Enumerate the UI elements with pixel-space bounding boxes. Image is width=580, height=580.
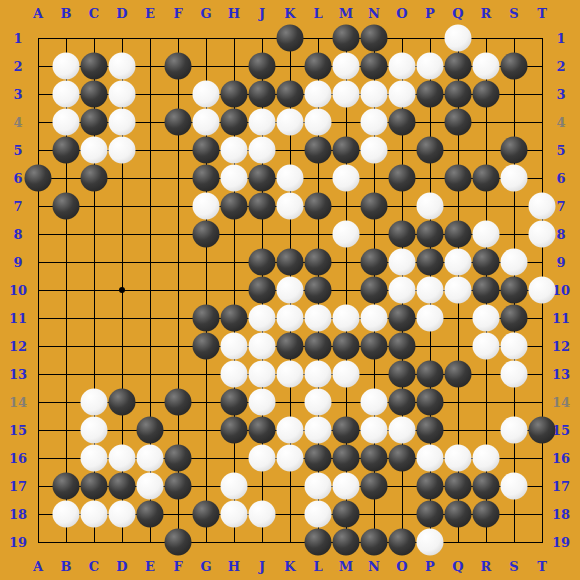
white-stone-S9[interactable] [501, 249, 528, 276]
row-label-right: 18 [552, 507, 570, 522]
column-label-top: O [396, 6, 407, 21]
white-stone-O3[interactable] [389, 81, 416, 108]
black-stone-H15[interactable] [221, 417, 248, 444]
black-stone-M16[interactable] [333, 445, 360, 472]
white-stone-D16[interactable] [109, 445, 136, 472]
white-stone-R2[interactable] [473, 53, 500, 80]
row-label-right: 2 [556, 59, 565, 74]
white-stone-B2[interactable] [53, 53, 80, 80]
white-stone-Q16[interactable] [445, 445, 472, 472]
row-label-left: 8 [13, 227, 22, 242]
row-label-right: 14 [552, 395, 570, 410]
white-stone-M3[interactable] [333, 81, 360, 108]
white-stone-G3[interactable] [193, 81, 220, 108]
black-stone-O6[interactable] [389, 165, 416, 192]
column-label-bottom: H [228, 559, 240, 574]
white-stone-H12[interactable] [221, 333, 248, 360]
column-label-top: C [89, 6, 99, 21]
black-stone-R17[interactable] [473, 473, 500, 500]
white-stone-O2[interactable] [389, 53, 416, 80]
row-label-left: 12 [9, 339, 27, 354]
white-stone-N14[interactable] [361, 389, 388, 416]
black-stone-P14[interactable] [417, 389, 444, 416]
column-label-top: P [425, 6, 435, 21]
row-label-right: 5 [556, 143, 565, 158]
white-stone-E17[interactable] [137, 473, 164, 500]
black-stone-R10[interactable] [473, 277, 500, 304]
white-stone-J14[interactable] [249, 389, 276, 416]
white-stone-Q1[interactable] [445, 25, 472, 52]
black-stone-L5[interactable] [305, 137, 332, 164]
black-stone-Q17[interactable] [445, 473, 472, 500]
white-stone-P11[interactable] [417, 305, 444, 332]
column-label-top: G [200, 6, 211, 21]
white-stone-D4[interactable] [109, 109, 136, 136]
black-stone-P8[interactable] [417, 221, 444, 248]
black-stone-L16[interactable] [305, 445, 332, 472]
white-stone-K11[interactable] [277, 305, 304, 332]
column-label-bottom: K [284, 559, 295, 574]
black-stone-O8[interactable] [389, 221, 416, 248]
go-board[interactable]: AABBCCDDEEFFGGHHJJKKLLMMNNOOPPQQRRSSTT11… [0, 0, 580, 580]
column-label-bottom: O [396, 559, 407, 574]
black-stone-N1[interactable] [361, 25, 388, 52]
black-stone-P3[interactable] [417, 81, 444, 108]
white-stone-H5[interactable] [221, 137, 248, 164]
black-stone-R3[interactable] [473, 81, 500, 108]
column-label-bottom: D [116, 559, 127, 574]
black-stone-Q4[interactable] [445, 109, 472, 136]
column-label-bottom: T [537, 559, 547, 574]
row-label-left: 2 [13, 59, 22, 74]
white-stone-P7[interactable] [417, 193, 444, 220]
white-stone-M6[interactable] [333, 165, 360, 192]
white-stone-J16[interactable] [249, 445, 276, 472]
black-stone-J9[interactable] [249, 249, 276, 276]
column-label-top: M [339, 6, 353, 21]
white-stone-J18[interactable] [249, 501, 276, 528]
column-label-top: J [259, 6, 265, 21]
row-label-left: 14 [9, 395, 27, 410]
black-stone-M15[interactable] [333, 417, 360, 444]
black-stone-P13[interactable] [417, 361, 444, 388]
column-label-top: L [313, 6, 322, 21]
row-label-left: 18 [9, 507, 27, 522]
white-stone-N4[interactable] [361, 109, 388, 136]
white-stone-N3[interactable] [361, 81, 388, 108]
white-stone-M13[interactable] [333, 361, 360, 388]
white-stone-C14[interactable] [81, 389, 108, 416]
column-label-top: S [509, 6, 518, 21]
black-stone-P9[interactable] [417, 249, 444, 276]
black-stone-H7[interactable] [221, 193, 248, 220]
white-stone-D3[interactable] [109, 81, 136, 108]
white-stone-D2[interactable] [109, 53, 136, 80]
white-stone-P19[interactable] [417, 529, 444, 556]
white-stone-M2[interactable] [333, 53, 360, 80]
row-label-left: 10 [9, 283, 27, 298]
row-label-right: 6 [556, 171, 565, 186]
black-stone-K12[interactable] [277, 333, 304, 360]
black-stone-G6[interactable] [193, 165, 220, 192]
black-stone-S5[interactable] [501, 137, 528, 164]
column-label-bottom: Q [452, 559, 463, 574]
black-stone-K9[interactable] [277, 249, 304, 276]
black-stone-L10[interactable] [305, 277, 332, 304]
row-label-right: 11 [552, 311, 570, 326]
row-label-right: 7 [556, 199, 565, 214]
white-stone-K6[interactable] [277, 165, 304, 192]
black-stone-L9[interactable] [305, 249, 332, 276]
black-stone-K1[interactable] [277, 25, 304, 52]
white-stone-B18[interactable] [53, 501, 80, 528]
row-label-left: 19 [9, 535, 27, 550]
column-label-bottom: N [368, 559, 380, 574]
column-label-top: F [173, 6, 182, 21]
white-stone-L13[interactable] [305, 361, 332, 388]
black-stone-O16[interactable] [389, 445, 416, 472]
column-label-top: B [61, 6, 72, 21]
black-stone-H4[interactable] [221, 109, 248, 136]
black-stone-L19[interactable] [305, 529, 332, 556]
white-stone-H17[interactable] [221, 473, 248, 500]
row-label-left: 3 [13, 87, 22, 102]
column-label-top: D [116, 6, 127, 21]
black-stone-F14[interactable] [165, 389, 192, 416]
black-stone-J6[interactable] [249, 165, 276, 192]
black-stone-S2[interactable] [501, 53, 528, 80]
column-label-top: K [284, 6, 295, 21]
black-stone-C2[interactable] [81, 53, 108, 80]
black-stone-G12[interactable] [193, 333, 220, 360]
black-stone-M18[interactable] [333, 501, 360, 528]
white-stone-C15[interactable] [81, 417, 108, 444]
row-label-left: 13 [9, 367, 27, 382]
row-label-left: 17 [9, 479, 27, 494]
black-stone-J2[interactable] [249, 53, 276, 80]
white-stone-C16[interactable] [81, 445, 108, 472]
black-stone-O13[interactable] [389, 361, 416, 388]
row-label-right: 13 [552, 367, 570, 382]
black-stone-J15[interactable] [249, 417, 276, 444]
column-label-bottom: J [259, 559, 265, 574]
white-stone-E16[interactable] [137, 445, 164, 472]
white-stone-S13[interactable] [501, 361, 528, 388]
black-stone-E15[interactable] [137, 417, 164, 444]
column-label-bottom: C [89, 559, 99, 574]
black-stone-M1[interactable] [333, 25, 360, 52]
row-label-right: 9 [556, 255, 565, 270]
white-stone-M11[interactable] [333, 305, 360, 332]
white-stone-L4[interactable] [305, 109, 332, 136]
white-stone-N11[interactable] [361, 305, 388, 332]
column-label-top: T [537, 6, 547, 21]
black-stone-C6[interactable] [81, 165, 108, 192]
column-label-bottom: P [425, 559, 435, 574]
column-label-bottom: G [200, 559, 211, 574]
column-label-top: R [481, 6, 492, 21]
black-stone-R18[interactable] [473, 501, 500, 528]
white-stone-L17[interactable] [305, 473, 332, 500]
white-stone-O9[interactable] [389, 249, 416, 276]
row-label-right: 17 [552, 479, 570, 494]
black-stone-G5[interactable] [193, 137, 220, 164]
black-stone-O14[interactable] [389, 389, 416, 416]
white-stone-B3[interactable] [53, 81, 80, 108]
black-stone-O11[interactable] [389, 305, 416, 332]
white-stone-H6[interactable] [221, 165, 248, 192]
black-stone-H3[interactable] [221, 81, 248, 108]
black-stone-M12[interactable] [333, 333, 360, 360]
white-stone-Q9[interactable] [445, 249, 472, 276]
black-stone-N17[interactable] [361, 473, 388, 500]
white-stone-K7[interactable] [277, 193, 304, 220]
white-stone-H18[interactable] [221, 501, 248, 528]
black-stone-P17[interactable] [417, 473, 444, 500]
row-label-left: 9 [13, 255, 22, 270]
white-stone-J12[interactable] [249, 333, 276, 360]
column-label-top: E [145, 6, 155, 21]
column-label-bottom: R [481, 559, 492, 574]
white-stone-R11[interactable] [473, 305, 500, 332]
white-stone-D18[interactable] [109, 501, 136, 528]
white-stone-D5[interactable] [109, 137, 136, 164]
white-stone-R8[interactable] [473, 221, 500, 248]
row-label-left: 15 [9, 423, 27, 438]
black-stone-N2[interactable] [361, 53, 388, 80]
black-stone-S10[interactable] [501, 277, 528, 304]
white-stone-K10[interactable] [277, 277, 304, 304]
black-stone-E18[interactable] [137, 501, 164, 528]
white-stone-S17[interactable] [501, 473, 528, 500]
black-stone-P5[interactable] [417, 137, 444, 164]
row-label-right: 3 [556, 87, 565, 102]
black-stone-M5[interactable] [333, 137, 360, 164]
black-stone-J10[interactable] [249, 277, 276, 304]
black-stone-B7[interactable] [53, 193, 80, 220]
column-label-bottom: S [509, 559, 518, 574]
white-stone-N5[interactable] [361, 137, 388, 164]
black-stone-C3[interactable] [81, 81, 108, 108]
white-stone-P2[interactable] [417, 53, 444, 80]
row-label-right: 19 [552, 535, 570, 550]
black-stone-Q6[interactable] [445, 165, 472, 192]
grid-line-horizontal [38, 542, 543, 543]
row-label-left: 5 [13, 143, 22, 158]
column-label-top: H [228, 6, 240, 21]
white-stone-S12[interactable] [501, 333, 528, 360]
black-stone-Q2[interactable] [445, 53, 472, 80]
black-stone-G8[interactable] [193, 221, 220, 248]
white-stone-J4[interactable] [249, 109, 276, 136]
row-label-left: 6 [13, 171, 22, 186]
white-stone-N15[interactable] [361, 417, 388, 444]
black-stone-Q8[interactable] [445, 221, 472, 248]
white-stone-K16[interactable] [277, 445, 304, 472]
black-stone-T15[interactable] [529, 417, 556, 444]
column-label-bottom: B [61, 559, 72, 574]
white-stone-G4[interactable] [193, 109, 220, 136]
column-label-bottom: E [145, 559, 155, 574]
black-stone-R9[interactable] [473, 249, 500, 276]
white-stone-T8[interactable] [529, 221, 556, 248]
black-stone-N12[interactable] [361, 333, 388, 360]
black-stone-N19[interactable] [361, 529, 388, 556]
star-point [119, 287, 125, 293]
white-stone-O10[interactable] [389, 277, 416, 304]
black-stone-F16[interactable] [165, 445, 192, 472]
white-stone-K4[interactable] [277, 109, 304, 136]
row-label-left: 1 [13, 31, 22, 46]
black-stone-O19[interactable] [389, 529, 416, 556]
black-stone-F4[interactable] [165, 109, 192, 136]
black-stone-G11[interactable] [193, 305, 220, 332]
black-stone-J3[interactable] [249, 81, 276, 108]
column-label-bottom: A [33, 559, 43, 574]
black-stone-N10[interactable] [361, 277, 388, 304]
white-stone-S6[interactable] [501, 165, 528, 192]
white-stone-H13[interactable] [221, 361, 248, 388]
white-stone-Q10[interactable] [445, 277, 472, 304]
black-stone-C4[interactable] [81, 109, 108, 136]
black-stone-G18[interactable] [193, 501, 220, 528]
white-stone-L14[interactable] [305, 389, 332, 416]
white-stone-L15[interactable] [305, 417, 332, 444]
row-label-right: 16 [552, 451, 570, 466]
black-stone-M19[interactable] [333, 529, 360, 556]
row-label-left: 7 [13, 199, 22, 214]
column-label-top: A [33, 6, 43, 21]
white-stone-G7[interactable] [193, 193, 220, 220]
white-stone-P10[interactable] [417, 277, 444, 304]
white-stone-J11[interactable] [249, 305, 276, 332]
white-stone-K15[interactable] [277, 417, 304, 444]
black-stone-H11[interactable] [221, 305, 248, 332]
white-stone-L3[interactable] [305, 81, 332, 108]
black-stone-R6[interactable] [473, 165, 500, 192]
row-label-right: 8 [556, 227, 565, 242]
black-stone-L7[interactable] [305, 193, 332, 220]
black-stone-Q3[interactable] [445, 81, 472, 108]
black-stone-F17[interactable] [165, 473, 192, 500]
black-stone-A6[interactable] [25, 165, 52, 192]
row-label-right: 12 [552, 339, 570, 354]
black-stone-N7[interactable] [361, 193, 388, 220]
white-stone-M8[interactable] [333, 221, 360, 248]
white-stone-B4[interactable] [53, 109, 80, 136]
black-stone-P15[interactable] [417, 417, 444, 444]
column-label-top: N [368, 6, 380, 21]
black-stone-F2[interactable] [165, 53, 192, 80]
black-stone-L12[interactable] [305, 333, 332, 360]
row-label-left: 11 [9, 311, 27, 326]
black-stone-N16[interactable] [361, 445, 388, 472]
white-stone-J5[interactable] [249, 137, 276, 164]
row-label-left: 4 [13, 115, 22, 130]
row-label-right: 4 [556, 115, 565, 130]
white-stone-R12[interactable] [473, 333, 500, 360]
white-stone-M17[interactable] [333, 473, 360, 500]
black-stone-P18[interactable] [417, 501, 444, 528]
black-stone-L2[interactable] [305, 53, 332, 80]
row-label-left: 16 [9, 451, 27, 466]
row-label-right: 1 [556, 31, 565, 46]
black-stone-F19[interactable] [165, 529, 192, 556]
white-stone-C5[interactable] [81, 137, 108, 164]
black-stone-K3[interactable] [277, 81, 304, 108]
column-label-bottom: L [313, 559, 322, 574]
black-stone-S11[interactable] [501, 305, 528, 332]
white-stone-R16[interactable] [473, 445, 500, 472]
black-stone-O4[interactable] [389, 109, 416, 136]
black-stone-C17[interactable] [81, 473, 108, 500]
white-stone-T7[interactable] [529, 193, 556, 220]
column-label-top: Q [452, 6, 463, 21]
black-stone-Q13[interactable] [445, 361, 472, 388]
black-stone-B5[interactable] [53, 137, 80, 164]
white-stone-K13[interactable] [277, 361, 304, 388]
white-stone-L11[interactable] [305, 305, 332, 332]
white-stone-J13[interactable] [249, 361, 276, 388]
black-stone-H14[interactable] [221, 389, 248, 416]
black-stone-B17[interactable] [53, 473, 80, 500]
black-stone-J7[interactable] [249, 193, 276, 220]
column-label-bottom: M [339, 559, 353, 574]
white-stone-C18[interactable] [81, 501, 108, 528]
black-stone-D14[interactable] [109, 389, 136, 416]
white-stone-P16[interactable] [417, 445, 444, 472]
black-stone-Q18[interactable] [445, 501, 472, 528]
white-stone-T10[interactable] [529, 277, 556, 304]
white-stone-S15[interactable] [501, 417, 528, 444]
black-stone-D17[interactable] [109, 473, 136, 500]
white-stone-L18[interactable] [305, 501, 332, 528]
black-stone-N9[interactable] [361, 249, 388, 276]
white-stone-O15[interactable] [389, 417, 416, 444]
column-label-bottom: F [173, 559, 182, 574]
black-stone-O12[interactable] [389, 333, 416, 360]
